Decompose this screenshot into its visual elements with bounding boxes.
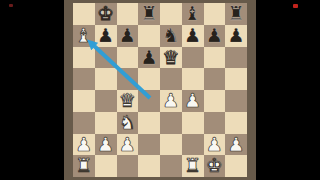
piece-white-pawn[interactable]: ♟ — [73, 134, 95, 156]
square-f8[interactable]: ♝ — [182, 3, 204, 25]
square-h7[interactable]: ♟ — [225, 25, 247, 47]
square-g4[interactable] — [204, 90, 226, 112]
square-c2[interactable]: ♟ — [117, 134, 139, 156]
square-d4[interactable] — [138, 90, 160, 112]
square-a5[interactable] — [73, 68, 95, 90]
square-h4[interactable] — [225, 90, 247, 112]
square-b8[interactable]: ♚ — [95, 3, 117, 25]
square-g3[interactable] — [204, 112, 226, 134]
letterbox-left — [0, 0, 64, 180]
square-a2[interactable]: ♟ — [73, 134, 95, 156]
square-g8[interactable] — [204, 3, 226, 25]
square-d2[interactable] — [138, 134, 160, 156]
square-d5[interactable] — [138, 68, 160, 90]
square-c6[interactable] — [117, 47, 139, 69]
square-f3[interactable] — [182, 112, 204, 134]
piece-white-rook[interactable]: ♜ — [182, 155, 204, 177]
square-c5[interactable] — [117, 68, 139, 90]
piece-black-king[interactable]: ♚ — [95, 3, 117, 25]
piece-black-pawn[interactable]: ♟ — [95, 25, 117, 47]
square-a8[interactable] — [73, 3, 95, 25]
square-e8[interactable] — [160, 3, 182, 25]
square-h5[interactable] — [225, 68, 247, 90]
square-b4[interactable] — [95, 90, 117, 112]
piece-white-pawn[interactable]: ♟ — [204, 134, 226, 156]
piece-black-bishop[interactable]: ♝ — [182, 3, 204, 25]
square-g1[interactable]: ♚ — [204, 155, 226, 177]
piece-black-rook[interactable]: ♜ — [225, 3, 247, 25]
square-f6[interactable] — [182, 47, 204, 69]
piece-white-knight[interactable]: ♞ — [117, 112, 139, 134]
square-c3[interactable]: ♞ — [117, 112, 139, 134]
square-g6[interactable] — [204, 47, 226, 69]
square-c8[interactable] — [117, 3, 139, 25]
square-h2[interactable]: ♟ — [225, 134, 247, 156]
square-e7[interactable]: ♞ — [160, 25, 182, 47]
letterbox-right — [256, 0, 320, 180]
piece-white-pawn[interactable]: ♟ — [160, 90, 182, 112]
dark-red-speck — [9, 4, 13, 7]
square-b2[interactable]: ♟ — [95, 134, 117, 156]
piece-black-pawn[interactable]: ♟ — [225, 25, 247, 47]
piece-white-rook[interactable]: ♜ — [73, 155, 95, 177]
square-g5[interactable] — [204, 68, 226, 90]
piece-black-knight[interactable]: ♞ — [160, 25, 182, 47]
square-f2[interactable] — [182, 134, 204, 156]
piece-white-pawn[interactable]: ♟ — [225, 134, 247, 156]
square-g7[interactable]: ♟ — [204, 25, 226, 47]
square-h8[interactable]: ♜ — [225, 3, 247, 25]
square-e1[interactable] — [160, 155, 182, 177]
square-d8[interactable]: ♜ — [138, 3, 160, 25]
square-e2[interactable] — [160, 134, 182, 156]
piece-white-bishop[interactable]: ♝ — [73, 25, 95, 47]
piece-black-pawn[interactable]: ♟ — [182, 25, 204, 47]
piece-black-pawn[interactable]: ♟ — [138, 47, 160, 69]
square-a4[interactable] — [73, 90, 95, 112]
square-h1[interactable] — [225, 155, 247, 177]
square-a3[interactable] — [73, 112, 95, 134]
square-d6[interactable]: ♟ — [138, 47, 160, 69]
square-b1[interactable] — [95, 155, 117, 177]
square-c1[interactable] — [117, 155, 139, 177]
square-e4[interactable]: ♟ — [160, 90, 182, 112]
square-d3[interactable] — [138, 112, 160, 134]
square-b5[interactable] — [95, 68, 117, 90]
piece-black-pawn[interactable]: ♟ — [204, 25, 226, 47]
square-b6[interactable] — [95, 47, 117, 69]
square-d1[interactable] — [138, 155, 160, 177]
video-frame: ♚♜♝♜♝♟♟♞♟♟♟♟♛♛♟♟♞♟♟♟♟♟♜♜♚ — [0, 0, 320, 180]
piece-white-king[interactable]: ♚ — [204, 155, 226, 177]
square-f1[interactable]: ♜ — [182, 155, 204, 177]
square-g2[interactable]: ♟ — [204, 134, 226, 156]
piece-black-pawn[interactable]: ♟ — [117, 25, 139, 47]
piece-black-queen[interactable]: ♛ — [160, 47, 182, 69]
square-c7[interactable]: ♟ — [117, 25, 139, 47]
square-c4[interactable]: ♛ — [117, 90, 139, 112]
piece-black-rook[interactable]: ♜ — [138, 3, 160, 25]
square-f5[interactable] — [182, 68, 204, 90]
square-d7[interactable] — [138, 25, 160, 47]
square-h3[interactable] — [225, 112, 247, 134]
square-h6[interactable] — [225, 47, 247, 69]
piece-white-queen[interactable]: ♛ — [117, 90, 139, 112]
piece-white-pawn[interactable]: ♟ — [95, 134, 117, 156]
square-f7[interactable]: ♟ — [182, 25, 204, 47]
board[interactable]: ♚♜♝♜♝♟♟♞♟♟♟♟♛♛♟♟♞♟♟♟♟♟♜♜♚ — [73, 3, 247, 177]
square-f4[interactable]: ♟ — [182, 90, 204, 112]
square-a7[interactable]: ♝ — [73, 25, 95, 47]
piece-white-pawn[interactable]: ♟ — [117, 134, 139, 156]
square-a1[interactable]: ♜ — [73, 155, 95, 177]
square-b3[interactable] — [95, 112, 117, 134]
square-b7[interactable]: ♟ — [95, 25, 117, 47]
red-dot — [293, 4, 298, 8]
square-a6[interactable] — [73, 47, 95, 69]
square-e5[interactable] — [160, 68, 182, 90]
square-e3[interactable] — [160, 112, 182, 134]
piece-white-pawn[interactable]: ♟ — [182, 90, 204, 112]
square-e6[interactable]: ♛ — [160, 47, 182, 69]
